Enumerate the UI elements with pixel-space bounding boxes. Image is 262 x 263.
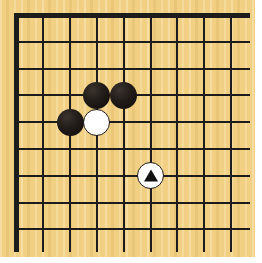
- grid-line-vertical: [203, 15, 205, 252]
- go-board-diagram[interactable]: [0, 0, 262, 263]
- board-edge-top: [14, 13, 250, 18]
- grid-line-horizontal: [17, 228, 251, 230]
- grid-line-vertical: [176, 15, 178, 252]
- grid-line-horizontal: [17, 148, 251, 150]
- grid-line-vertical: [230, 15, 232, 252]
- grid-line-horizontal: [17, 68, 251, 70]
- grid-line-vertical: [150, 15, 152, 252]
- triangle-marker-icon: [144, 169, 158, 181]
- grid-line-horizontal: [17, 121, 251, 123]
- grid-line-horizontal: [17, 202, 251, 204]
- grid-line-horizontal: [17, 41, 251, 43]
- black-stone[interactable]: [57, 109, 84, 136]
- grid-line-vertical: [42, 15, 44, 252]
- black-stone[interactable]: [110, 82, 137, 109]
- board-edge-left: [14, 13, 19, 252]
- screenshot-root: { "game": "go", "diagram": { "descriptio…: [0, 0, 262, 263]
- board-wood: [0, 0, 255, 257]
- grid-line-vertical: [123, 15, 125, 252]
- grid-line-horizontal: [17, 175, 251, 177]
- white-stone[interactable]: [83, 109, 110, 136]
